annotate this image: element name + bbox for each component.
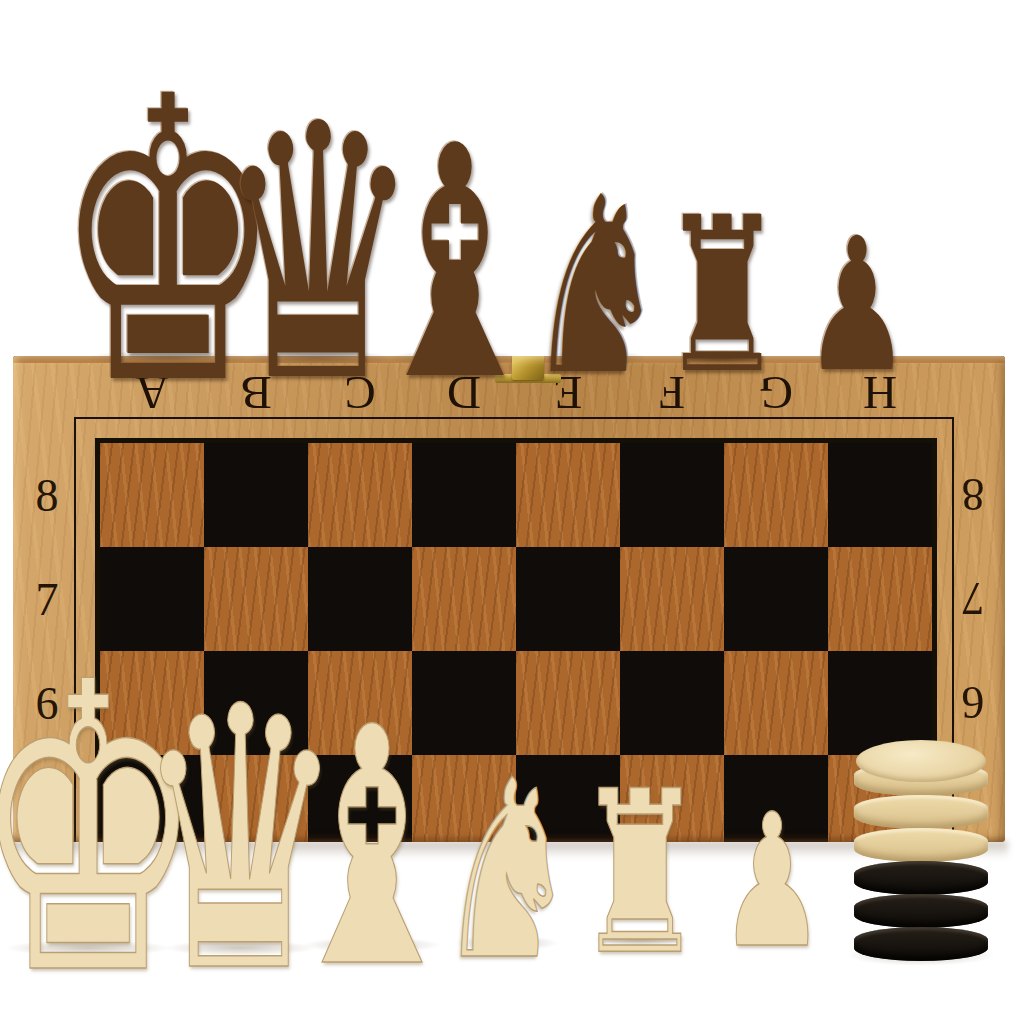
checker-disc-dark-1 <box>854 861 988 895</box>
dark-knight-piece: ♞ <box>525 165 667 409</box>
square-g8 <box>724 443 828 547</box>
square-f8 <box>620 443 724 547</box>
checker-stack-top-face <box>856 740 986 782</box>
square-g7 <box>724 547 828 651</box>
light-rook-piece: ♜ <box>575 762 706 986</box>
square-f6 <box>620 651 724 755</box>
square-d8 <box>412 443 516 547</box>
square-e8 <box>516 443 620 547</box>
rank-label-right-7: 7 <box>943 547 1003 651</box>
square-f7 <box>620 547 724 651</box>
checker-disc-dark-2 <box>854 894 988 928</box>
checkers-stack <box>854 740 988 962</box>
checker-disc-dark-3 <box>854 927 988 961</box>
light-pawn-piece: ♟ <box>718 789 825 973</box>
chess-set-product-photo: ABCDEFGH 876 876 ♚♛♝♞♜♟ ♚♛♝♞♜♟ <box>0 0 1024 1024</box>
dark-rook-piece: ♜ <box>660 189 785 403</box>
square-e7 <box>516 547 620 651</box>
square-h7 <box>828 547 932 651</box>
checker-disc-light-3 <box>854 828 988 862</box>
rank-label-right-8: 8 <box>943 443 1003 547</box>
checker-disc-light-2 <box>854 795 988 829</box>
square-h8 <box>828 443 932 547</box>
dark-bishop-piece: ♝ <box>362 104 548 424</box>
square-g6 <box>724 651 828 755</box>
square-d7 <box>412 547 516 651</box>
light-knight-piece: ♞ <box>435 748 578 994</box>
dark-pawn-piece: ♟ <box>803 213 910 397</box>
